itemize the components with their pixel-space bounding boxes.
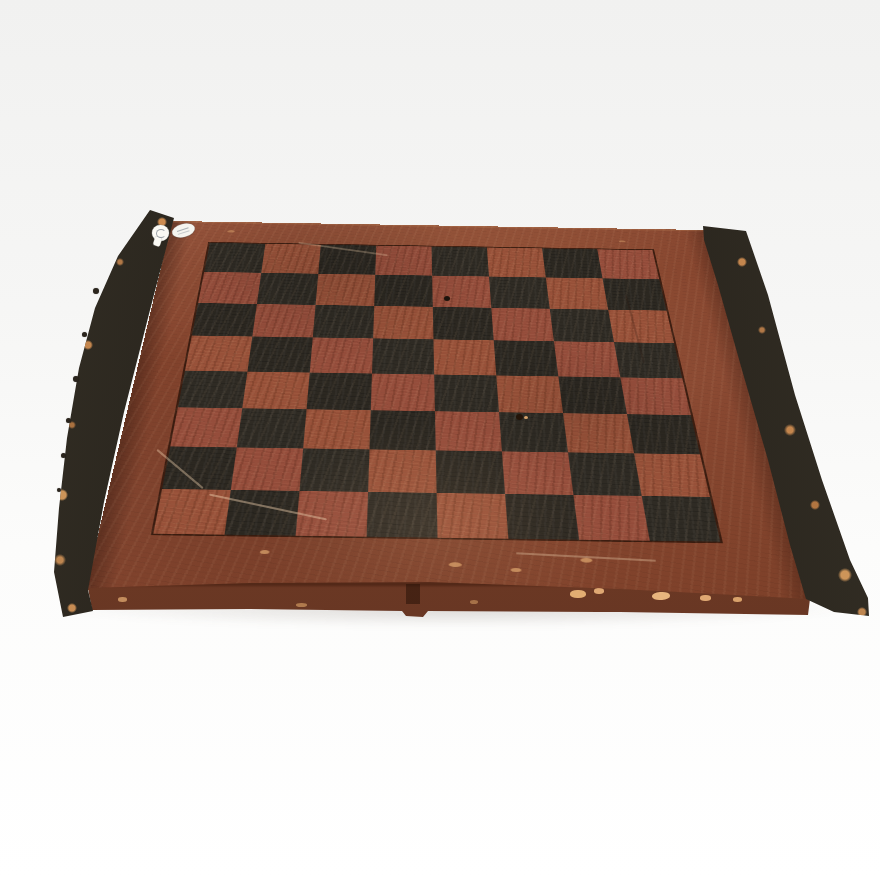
square-h6[interactable]: [608, 310, 674, 344]
checkerboard-top-surface: [85, 221, 812, 600]
wood-wear-spot: [619, 240, 626, 242]
square-e6[interactable]: [433, 307, 494, 341]
square-g2[interactable]: [568, 453, 642, 496]
square-h7[interactable]: [603, 279, 667, 311]
square-f7[interactable]: [489, 277, 550, 309]
square-f3[interactable]: [499, 412, 568, 452]
square-e1[interactable]: [437, 493, 509, 539]
square-d6[interactable]: [373, 306, 433, 340]
wood-speck: [444, 296, 450, 301]
square-c3[interactable]: [303, 409, 371, 449]
paint-chip: [570, 590, 586, 598]
square-g7[interactable]: [546, 278, 608, 310]
square-a5[interactable]: [185, 336, 252, 372]
square-h5[interactable]: [614, 342, 682, 378]
square-g8[interactable]: [542, 248, 602, 278]
square-h1[interactable]: [642, 496, 721, 542]
scene-caption: Overhead angled product photo of an anti…: [0, 0, 1, 1]
square-e4[interactable]: [434, 374, 499, 412]
sticker-tag-oval: [171, 221, 196, 239]
tack-bump: [73, 376, 79, 382]
tack-bump: [57, 488, 61, 492]
square-e8[interactable]: [432, 247, 489, 277]
wood-speck: [516, 414, 523, 420]
square-b3[interactable]: [237, 408, 307, 448]
square-b2[interactable]: [231, 448, 303, 491]
wood-speck-chip: [524, 416, 528, 419]
wood-wear-spot: [580, 558, 592, 563]
square-b1[interactable]: [225, 490, 300, 536]
square-f4[interactable]: [496, 375, 563, 413]
sticker-tag-round: [152, 225, 169, 241]
square-f2[interactable]: [502, 452, 573, 495]
paint-chip: [470, 600, 478, 604]
square-e7[interactable]: [432, 276, 491, 308]
square-f6[interactable]: [491, 308, 554, 342]
square-d1[interactable]: [367, 492, 438, 538]
square-e3[interactable]: [435, 411, 502, 451]
paint-chip: [296, 603, 307, 607]
square-a4[interactable]: [178, 370, 248, 408]
tack-bump: [66, 418, 71, 423]
square-c4[interactable]: [307, 372, 372, 410]
tack-bump: [82, 332, 87, 337]
square-a6[interactable]: [192, 303, 257, 337]
square-a3[interactable]: [170, 407, 242, 447]
paint-chip: [700, 595, 711, 601]
square-h2[interactable]: [634, 454, 710, 497]
front-edge-notch: [406, 584, 420, 604]
square-b6[interactable]: [252, 304, 315, 338]
paint-chip: [594, 588, 604, 594]
square-d2[interactable]: [368, 450, 437, 493]
square-c5[interactable]: [310, 338, 373, 374]
square-g4[interactable]: [558, 376, 627, 414]
square-c2[interactable]: [300, 449, 370, 492]
square-f5[interactable]: [494, 340, 559, 376]
square-a8[interactable]: [204, 243, 265, 273]
square-f1[interactable]: [505, 494, 579, 540]
square-d8[interactable]: [375, 246, 432, 276]
square-e5[interactable]: [433, 339, 496, 375]
square-b7[interactable]: [257, 273, 318, 305]
square-b5[interactable]: [247, 337, 312, 373]
paint-chip: [118, 597, 127, 602]
paint-chip: [652, 592, 670, 601]
square-d4[interactable]: [371, 373, 435, 411]
square-d5[interactable]: [372, 338, 434, 374]
square-a7[interactable]: [198, 272, 261, 304]
paint-chip: [733, 597, 742, 602]
tack-bump: [93, 288, 99, 294]
product-photo-scene: Overhead angled product photo of an anti…: [0, 0, 880, 880]
tack-bump: [61, 453, 66, 458]
square-d3[interactable]: [369, 410, 435, 450]
wood-wear-spot: [511, 568, 522, 572]
checker-grid: [151, 242, 723, 543]
square-f8[interactable]: [487, 247, 546, 277]
square-g6[interactable]: [550, 309, 614, 343]
square-c7[interactable]: [316, 274, 376, 306]
square-g5[interactable]: [554, 341, 620, 377]
square-c6[interactable]: [313, 305, 374, 339]
square-b4[interactable]: [242, 371, 309, 409]
square-b8[interactable]: [261, 244, 321, 274]
wood-wear-spot: [260, 550, 270, 554]
square-e2[interactable]: [436, 451, 505, 494]
wood-wear-spot: [227, 230, 235, 232]
square-h3[interactable]: [627, 414, 700, 454]
price-sticker: [148, 221, 198, 245]
square-g3[interactable]: [563, 413, 634, 453]
wood-wear-spot: [449, 562, 462, 567]
square-d7[interactable]: [374, 275, 433, 307]
square-g1[interactable]: [573, 495, 649, 541]
square-h8[interactable]: [597, 249, 659, 279]
square-h4[interactable]: [620, 377, 691, 415]
